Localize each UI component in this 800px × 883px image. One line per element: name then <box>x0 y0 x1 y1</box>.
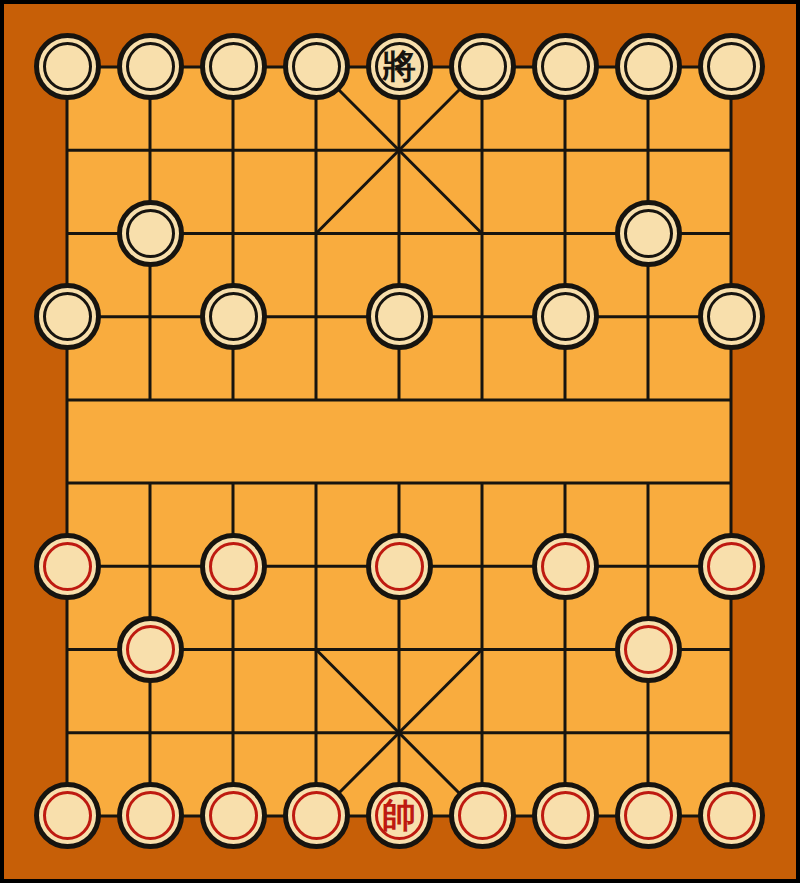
piece-red-disc[interactable] <box>532 782 599 849</box>
point-h7[interactable] <box>607 608 690 691</box>
point-h9[interactable] <box>607 774 690 857</box>
piece-black-disc[interactable] <box>532 33 599 100</box>
point-d2[interactable] <box>275 192 358 275</box>
point-i7[interactable] <box>690 608 773 691</box>
piece-inner-ring <box>375 292 424 341</box>
piece-red-disc[interactable] <box>34 782 101 849</box>
point-h4[interactable] <box>607 358 690 441</box>
point-b3[interactable] <box>109 275 192 358</box>
point-c6[interactable] <box>192 525 275 608</box>
point-i8[interactable] <box>690 691 773 774</box>
point-d4[interactable] <box>275 358 358 441</box>
point-e6[interactable] <box>358 525 441 608</box>
piece-inner-ring <box>707 292 756 341</box>
point-i6[interactable] <box>690 525 773 608</box>
point-g3[interactable] <box>524 275 607 358</box>
piece-black-disc[interactable] <box>366 283 433 350</box>
point-c5[interactable] <box>192 441 275 524</box>
piece-inner-ring <box>624 791 673 840</box>
point-b0[interactable] <box>109 25 192 108</box>
piece-inner-ring <box>209 542 258 591</box>
point-h1[interactable] <box>607 109 690 192</box>
piece-inner-ring <box>624 42 673 91</box>
piece-black-disc[interactable] <box>283 33 350 100</box>
piece-inner-ring <box>209 42 258 91</box>
piece-inner-ring <box>707 542 756 591</box>
point-b2[interactable] <box>109 192 192 275</box>
point-d7[interactable] <box>275 608 358 691</box>
point-b5[interactable] <box>109 441 192 524</box>
point-a3[interactable] <box>26 275 109 358</box>
piece-inner-ring <box>707 42 756 91</box>
point-f5[interactable] <box>441 441 524 524</box>
piece-black-disc[interactable] <box>698 33 765 100</box>
piece-inner-ring <box>541 542 590 591</box>
piece-black-disc[interactable] <box>532 283 599 350</box>
piece-inner-ring <box>541 791 590 840</box>
point-f1[interactable] <box>441 109 524 192</box>
piece-inner-ring <box>209 791 258 840</box>
board-points-layer: 將帥 <box>26 25 773 857</box>
point-h3[interactable] <box>607 275 690 358</box>
piece-inner-ring <box>126 42 175 91</box>
point-b8[interactable] <box>109 691 192 774</box>
point-f8[interactable] <box>441 691 524 774</box>
point-d3[interactable] <box>275 275 358 358</box>
point-g5[interactable] <box>524 441 607 524</box>
point-h6[interactable] <box>607 525 690 608</box>
point-c8[interactable] <box>192 691 275 774</box>
piece-inner-ring <box>541 42 590 91</box>
point-f2[interactable] <box>441 192 524 275</box>
point-e5[interactable] <box>358 441 441 524</box>
piece-black-general[interactable]: 將 <box>366 33 433 100</box>
piece-inner-ring <box>43 42 92 91</box>
point-e8[interactable] <box>358 691 441 774</box>
piece-inner-ring <box>43 292 92 341</box>
point-c3[interactable] <box>192 275 275 358</box>
piece-inner-ring <box>707 791 756 840</box>
point-d1[interactable] <box>275 109 358 192</box>
point-i0[interactable] <box>690 25 773 108</box>
piece-black-disc[interactable] <box>117 200 184 267</box>
point-g1[interactable] <box>524 109 607 192</box>
point-g7[interactable] <box>524 608 607 691</box>
piece-red-disc[interactable] <box>532 533 599 600</box>
point-c9[interactable] <box>192 774 275 857</box>
piece-red-general[interactable]: 帥 <box>366 782 433 849</box>
point-h5[interactable] <box>607 441 690 524</box>
point-g6[interactable] <box>524 525 607 608</box>
point-c4[interactable] <box>192 358 275 441</box>
point-g8[interactable] <box>524 691 607 774</box>
point-c1[interactable] <box>192 109 275 192</box>
piece-inner-ring <box>209 292 258 341</box>
point-i3[interactable] <box>690 275 773 358</box>
piece-inner-ring <box>624 625 673 674</box>
point-i4[interactable] <box>690 358 773 441</box>
point-g2[interactable] <box>524 192 607 275</box>
point-d8[interactable] <box>275 691 358 774</box>
black-general-glyph: 將 <box>382 49 416 83</box>
point-a0[interactable] <box>26 25 109 108</box>
point-f9[interactable] <box>441 774 524 857</box>
point-g4[interactable] <box>524 358 607 441</box>
point-c7[interactable] <box>192 608 275 691</box>
point-e0[interactable]: 將 <box>358 25 441 108</box>
point-b6[interactable] <box>109 525 192 608</box>
piece-red-disc[interactable] <box>200 782 267 849</box>
piece-red-disc[interactable] <box>615 616 682 683</box>
point-c2[interactable] <box>192 192 275 275</box>
piece-red-disc[interactable] <box>200 533 267 600</box>
point-e4[interactable] <box>358 358 441 441</box>
piece-inner-ring <box>126 791 175 840</box>
point-b9[interactable] <box>109 774 192 857</box>
piece-red-disc[interactable] <box>449 782 516 849</box>
point-b4[interactable] <box>109 358 192 441</box>
piece-black-disc[interactable] <box>34 283 101 350</box>
piece-black-disc[interactable] <box>117 33 184 100</box>
piece-red-disc[interactable] <box>117 616 184 683</box>
piece-inner-ring <box>458 42 507 91</box>
point-i9[interactable] <box>690 774 773 857</box>
point-f0[interactable] <box>441 25 524 108</box>
piece-red-disc[interactable] <box>615 782 682 849</box>
point-e9[interactable]: 帥 <box>358 774 441 857</box>
point-c0[interactable] <box>192 25 275 108</box>
piece-red-disc[interactable] <box>698 782 765 849</box>
piece-inner-ring <box>541 292 590 341</box>
point-f3[interactable] <box>441 275 524 358</box>
point-d9[interactable] <box>275 774 358 857</box>
point-i1[interactable] <box>690 109 773 192</box>
piece-inner-ring <box>624 209 673 258</box>
piece-black-disc[interactable] <box>615 33 682 100</box>
piece-inner-ring <box>43 542 92 591</box>
piece-inner-ring: 將 <box>375 42 424 91</box>
piece-red-disc[interactable] <box>283 782 350 849</box>
point-a8[interactable] <box>26 691 109 774</box>
point-a4[interactable] <box>26 358 109 441</box>
point-f7[interactable] <box>441 608 524 691</box>
piece-inner-ring: 帥 <box>375 791 424 840</box>
piece-inner-ring <box>43 791 92 840</box>
red-general-glyph: 帥 <box>382 798 416 832</box>
point-h2[interactable] <box>607 192 690 275</box>
point-b7[interactable] <box>109 608 192 691</box>
point-e2[interactable] <box>358 192 441 275</box>
point-e7[interactable] <box>358 608 441 691</box>
piece-inner-ring <box>126 209 175 258</box>
piece-black-disc[interactable] <box>615 200 682 267</box>
point-d0[interactable] <box>275 25 358 108</box>
piece-inner-ring <box>458 791 507 840</box>
point-i2[interactable] <box>690 192 773 275</box>
piece-black-disc[interactable] <box>200 33 267 100</box>
piece-black-disc[interactable] <box>698 283 765 350</box>
piece-black-disc[interactable] <box>200 283 267 350</box>
point-d6[interactable] <box>275 525 358 608</box>
piece-red-disc[interactable] <box>117 782 184 849</box>
point-g0[interactable] <box>524 25 607 108</box>
point-a7[interactable] <box>26 608 109 691</box>
point-a9[interactable] <box>26 774 109 857</box>
point-i5[interactable] <box>690 441 773 524</box>
piece-black-disc[interactable] <box>34 33 101 100</box>
piece-inner-ring <box>375 542 424 591</box>
piece-black-disc[interactable] <box>449 33 516 100</box>
point-f6[interactable] <box>441 525 524 608</box>
piece-inner-ring <box>292 42 341 91</box>
xiangqi-board: 將帥 <box>0 0 800 883</box>
point-a1[interactable] <box>26 109 109 192</box>
point-a6[interactable] <box>26 525 109 608</box>
point-g9[interactable] <box>524 774 607 857</box>
point-h0[interactable] <box>607 25 690 108</box>
point-f4[interactable] <box>441 358 524 441</box>
point-a5[interactable] <box>26 441 109 524</box>
point-e3[interactable] <box>358 275 441 358</box>
point-h8[interactable] <box>607 691 690 774</box>
point-d5[interactable] <box>275 441 358 524</box>
point-b1[interactable] <box>109 109 192 192</box>
piece-red-disc[interactable] <box>366 533 433 600</box>
point-e1[interactable] <box>358 109 441 192</box>
piece-red-disc[interactable] <box>698 533 765 600</box>
piece-red-disc[interactable] <box>34 533 101 600</box>
point-a2[interactable] <box>26 192 109 275</box>
piece-inner-ring <box>126 625 175 674</box>
piece-inner-ring <box>292 791 341 840</box>
